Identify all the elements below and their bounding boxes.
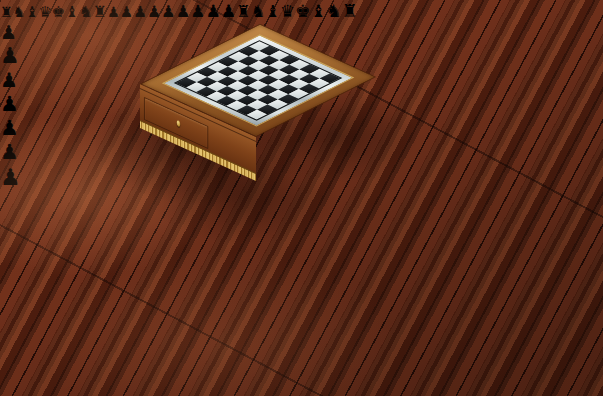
piece-silver-pawn-f2[interactable]: ♟ <box>206 1 221 21</box>
piece-silver-bishop-f1[interactable]: ♝ <box>310 1 326 21</box>
piece-silver-bishop-c1[interactable]: ♝ <box>265 2 280 21</box>
piece-silver-king-e1[interactable]: ♚ <box>295 1 310 21</box>
piece-silver-rook-h1[interactable]: ♜ <box>342 0 358 21</box>
piece-silver-pawn-g2[interactable]: ♟ <box>221 1 236 21</box>
piece-silver-queen-d1[interactable]: ♛ <box>280 1 295 21</box>
floor-piece-fallen-pawn-5[interactable]: ♟ <box>0 116 19 140</box>
scene: ♜♞♝♛♚♝♞♜♟♟♟♟♟♟♟♟♟♜♞♝♛♚♝♞♜♟♟♟♟♟♟♟ <box>0 0 603 396</box>
piece-silver-knight-g1[interactable]: ♞ <box>326 1 342 21</box>
floor-piece-fallen-pawn-3[interactable]: ♟ <box>0 68 18 92</box>
piece-silver-rook-a1[interactable]: ♜ <box>236 2 250 21</box>
floor-piece-pawn-7[interactable]: ♟ <box>0 164 21 190</box>
floor-sheen-bottom <box>40 250 400 396</box>
piece-silver-knight-b1[interactable]: ♞ <box>251 2 266 21</box>
box-side-right-face <box>0 0 196 44</box>
floor-piece-pawn-4[interactable]: ♟ <box>0 92 19 116</box>
floor-piece-pawn-2[interactable]: ♟ <box>0 43 20 68</box>
floor-piece-pawn-6[interactable]: ♟ <box>0 140 19 164</box>
